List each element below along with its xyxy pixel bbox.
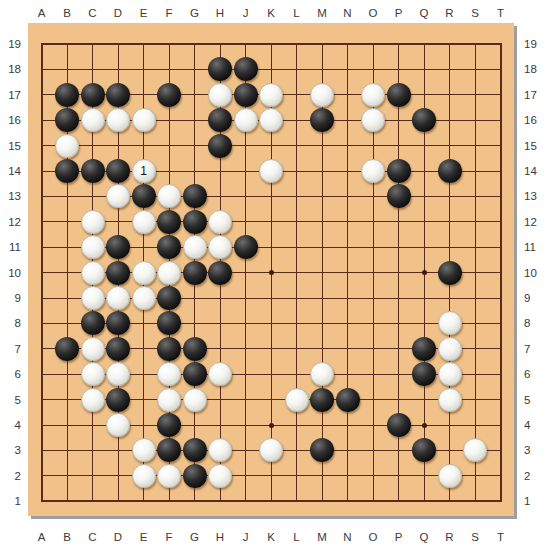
stone-white-H11[interactable] (208, 235, 232, 259)
stone-white-J16[interactable] (234, 108, 258, 132)
stone-white-C10[interactable] (81, 261, 105, 285)
star-point-K4 (269, 423, 274, 428)
stone-white-R2[interactable] (438, 464, 462, 488)
stone-white-E3[interactable] (132, 438, 156, 462)
stone-white-K16[interactable] (259, 108, 283, 132)
stone-white-G11[interactable] (183, 235, 207, 259)
coord-top-H: H (210, 6, 230, 20)
coord-left-16: 16 (1, 113, 21, 127)
stone-black-Q6[interactable] (412, 362, 436, 386)
stone-black-C8[interactable] (81, 311, 105, 335)
stone-white-H3[interactable] (208, 438, 232, 462)
stone-white-H17[interactable] (208, 83, 232, 107)
coord-left-5: 5 (1, 393, 21, 407)
grid-line-vertical (347, 43, 348, 502)
coord-top-Q: Q (414, 6, 434, 20)
stone-white-F5[interactable] (157, 388, 181, 412)
coord-left-15: 15 (1, 139, 21, 153)
stone-white-M17[interactable] (310, 83, 334, 107)
coord-left-19: 19 (1, 37, 21, 51)
stone-black-J18[interactable] (234, 57, 258, 81)
stone-white-L5[interactable] (285, 388, 309, 412)
stone-black-N5[interactable] (336, 388, 360, 412)
coord-left-11: 11 (1, 240, 21, 254)
coord-top-N: N (338, 6, 358, 20)
stone-black-G3[interactable] (183, 438, 207, 462)
stone-white-R6[interactable] (438, 362, 462, 386)
coord-left-17: 17 (1, 88, 21, 102)
stone-white-D4[interactable] (106, 413, 130, 437)
stone-white-F2[interactable] (157, 464, 181, 488)
coord-right-2: 2 (524, 469, 548, 483)
coord-bottom-Q: Q (414, 530, 434, 544)
stone-black-C17[interactable] (81, 83, 105, 107)
stone-black-F12[interactable] (157, 210, 181, 234)
stone-black-R14[interactable] (438, 159, 462, 183)
stone-black-D14[interactable] (106, 159, 130, 183)
stone-white-B15[interactable] (55, 134, 79, 158)
coord-left-7: 7 (1, 342, 21, 356)
stone-white-C6[interactable] (81, 362, 105, 386)
coord-left-13: 13 (1, 189, 21, 203)
grid-line-vertical (296, 43, 297, 502)
coord-right-19: 19 (524, 37, 548, 51)
stone-black-M16[interactable] (310, 108, 334, 132)
coord-bottom-O: O (363, 530, 383, 544)
coord-bottom-P: P (389, 530, 409, 544)
grid-line-vertical (475, 43, 476, 502)
stone-black-H10[interactable] (208, 261, 232, 285)
coord-top-D: D (108, 6, 128, 20)
stone-white-K14[interactable] (259, 159, 283, 183)
stone-black-B7[interactable] (55, 337, 79, 361)
coord-bottom-F: F (159, 530, 179, 544)
stone-black-F7[interactable] (157, 337, 181, 361)
stone-white-D9[interactable] (106, 286, 130, 310)
coord-top-M: M (312, 6, 332, 20)
coord-left-12: 12 (1, 215, 21, 229)
stone-white-F13[interactable] (157, 184, 181, 208)
grid-line-vertical (500, 43, 502, 502)
coord-left-3: 3 (1, 443, 21, 457)
stone-black-H18[interactable] (208, 57, 232, 81)
coord-right-16: 16 (524, 113, 548, 127)
stone-black-G6[interactable] (183, 362, 207, 386)
stone-white-O14[interactable] (361, 159, 385, 183)
stone-black-G12[interactable] (183, 210, 207, 234)
stone-white-S3[interactable] (463, 438, 487, 462)
stone-black-Q16[interactable] (412, 108, 436, 132)
stone-white-H6[interactable] (208, 362, 232, 386)
coord-bottom-A: A (32, 530, 52, 544)
stone-black-F8[interactable] (157, 311, 181, 335)
coord-bottom-T: T (491, 530, 511, 544)
stone-white-D13[interactable] (106, 184, 130, 208)
move-number-label: 1 (133, 160, 155, 182)
stone-white-H2[interactable] (208, 464, 232, 488)
stone-black-C14[interactable] (81, 159, 105, 183)
go-game-diagram: 1 AABBCCDDEEFFGGHHJJKKLLMMNNOOPPQQRRSSTT… (0, 0, 550, 550)
stone-black-B14[interactable] (55, 159, 79, 183)
coord-top-E: E (134, 6, 154, 20)
stone-black-J17[interactable] (234, 83, 258, 107)
go-board[interactable]: 1 (28, 23, 514, 516)
coord-left-2: 2 (1, 469, 21, 483)
stone-white-G5[interactable] (183, 388, 207, 412)
coord-left-14: 14 (1, 164, 21, 178)
coord-right-4: 4 (524, 418, 548, 432)
stone-white-H12[interactable] (208, 210, 232, 234)
coord-right-3: 3 (524, 443, 548, 457)
coord-top-T: T (491, 6, 511, 20)
coord-bottom-R: R (440, 530, 460, 544)
star-point-Q4 (422, 423, 427, 428)
coord-left-1: 1 (1, 494, 21, 508)
coord-top-L: L (287, 6, 307, 20)
stone-black-G2[interactable] (183, 464, 207, 488)
stone-black-R10[interactable] (438, 261, 462, 285)
coord-right-1: 1 (524, 494, 548, 508)
stone-black-F11[interactable] (157, 235, 181, 259)
stone-black-D11[interactable] (106, 235, 130, 259)
stone-white-E12[interactable] (132, 210, 156, 234)
stone-white-C5[interactable] (81, 388, 105, 412)
coord-left-8: 8 (1, 316, 21, 330)
stone-black-M3[interactable] (310, 438, 334, 462)
coord-bottom-S: S (465, 530, 485, 544)
stone-white-M6[interactable] (310, 362, 334, 386)
grid-line-horizontal (41, 500, 502, 502)
coord-top-K: K (261, 6, 281, 20)
coord-top-S: S (465, 6, 485, 20)
stone-white-K3[interactable] (259, 438, 283, 462)
stone-white-C9[interactable] (81, 286, 105, 310)
coord-top-A: A (32, 6, 52, 20)
coord-top-B: B (57, 6, 77, 20)
stone-black-D17[interactable] (106, 83, 130, 107)
coord-bottom-B: B (57, 530, 77, 544)
stone-white-K17[interactable] (259, 83, 283, 107)
coord-bottom-M: M (312, 530, 332, 544)
coord-top-P: P (389, 6, 409, 20)
coord-left-10: 10 (1, 266, 21, 280)
coord-top-J: J (236, 6, 256, 20)
coord-top-O: O (363, 6, 383, 20)
stone-white-R7[interactable] (438, 337, 462, 361)
stone-black-D8[interactable] (106, 311, 130, 335)
star-point-K10 (269, 270, 274, 275)
coord-top-C: C (83, 6, 103, 20)
stone-black-D7[interactable] (106, 337, 130, 361)
coord-left-4: 4 (1, 418, 21, 432)
stone-black-Q7[interactable] (412, 337, 436, 361)
stone-black-D5[interactable] (106, 388, 130, 412)
stone-white-C12[interactable] (81, 210, 105, 234)
stone-black-F17[interactable] (157, 83, 181, 107)
stone-white-R5[interactable] (438, 388, 462, 412)
coord-top-G: G (185, 6, 205, 20)
coord-right-15: 15 (524, 139, 548, 153)
stone-black-Q3[interactable] (412, 438, 436, 462)
stone-black-H16[interactable] (208, 108, 232, 132)
coord-bottom-C: C (83, 530, 103, 544)
coord-bottom-J: J (236, 530, 256, 544)
stone-white-D6[interactable] (106, 362, 130, 386)
coord-bottom-D: D (108, 530, 128, 544)
coord-right-18: 18 (524, 62, 548, 76)
stone-white-E16[interactable] (132, 108, 156, 132)
coord-right-13: 13 (524, 189, 548, 203)
coord-right-17: 17 (524, 88, 548, 102)
coord-right-14: 14 (524, 164, 548, 178)
coord-right-11: 11 (524, 240, 548, 254)
stone-white-R8[interactable] (438, 311, 462, 335)
coord-right-5: 5 (524, 393, 548, 407)
stone-white-C7[interactable] (81, 337, 105, 361)
stone-white-F6[interactable] (157, 362, 181, 386)
stone-white-E14[interactable]: 1 (132, 159, 156, 183)
stone-black-G10[interactable] (183, 261, 207, 285)
coord-bottom-L: L (287, 530, 307, 544)
coord-right-10: 10 (524, 266, 548, 280)
stone-black-B16[interactable] (55, 108, 79, 132)
stone-white-E2[interactable] (132, 464, 156, 488)
stone-black-H15[interactable] (208, 134, 232, 158)
stone-black-F9[interactable] (157, 286, 181, 310)
stone-white-D16[interactable] (106, 108, 130, 132)
stone-black-P13[interactable] (387, 184, 411, 208)
coord-bottom-K: K (261, 530, 281, 544)
coord-left-6: 6 (1, 367, 21, 381)
star-point-Q10 (422, 270, 427, 275)
stone-white-C11[interactable] (81, 235, 105, 259)
coord-left-9: 9 (1, 291, 21, 305)
coord-bottom-E: E (134, 530, 154, 544)
stone-black-J11[interactable] (234, 235, 258, 259)
stone-white-O17[interactable] (361, 83, 385, 107)
stone-white-O16[interactable] (361, 108, 385, 132)
coord-right-9: 9 (524, 291, 548, 305)
coord-bottom-H: H (210, 530, 230, 544)
stone-black-P4[interactable] (387, 413, 411, 437)
stone-white-E10[interactable] (132, 261, 156, 285)
stone-black-B17[interactable] (55, 83, 79, 107)
stone-black-M5[interactable] (310, 388, 334, 412)
stone-white-E9[interactable] (132, 286, 156, 310)
coord-bottom-G: G (185, 530, 205, 544)
stone-black-P14[interactable] (387, 159, 411, 183)
coord-left-18: 18 (1, 62, 21, 76)
stone-black-G7[interactable] (183, 337, 207, 361)
coord-right-12: 12 (524, 215, 548, 229)
stone-black-D10[interactable] (106, 261, 130, 285)
stone-white-F10[interactable] (157, 261, 181, 285)
coord-top-R: R (440, 6, 460, 20)
stone-white-C16[interactable] (81, 108, 105, 132)
coord-top-F: F (159, 6, 179, 20)
coord-right-7: 7 (524, 342, 548, 356)
stone-black-F3[interactable] (157, 438, 181, 462)
stone-black-P17[interactable] (387, 83, 411, 107)
stone-black-G13[interactable] (183, 184, 207, 208)
stone-black-E13[interactable] (132, 184, 156, 208)
coord-bottom-N: N (338, 530, 358, 544)
coord-right-8: 8 (524, 316, 548, 330)
stone-black-F4[interactable] (157, 413, 181, 437)
coord-right-6: 6 (524, 367, 548, 381)
grid-line-horizontal (41, 475, 502, 476)
